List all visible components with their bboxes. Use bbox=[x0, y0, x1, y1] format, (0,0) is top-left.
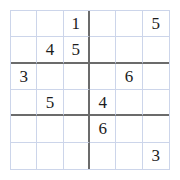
cell-r6c4[interactable] bbox=[90, 143, 116, 169]
cell-r6c3[interactable] bbox=[64, 143, 90, 169]
cell-r5c6[interactable] bbox=[143, 116, 169, 142]
cell-r3c6[interactable] bbox=[143, 64, 169, 90]
cell-r4c4[interactable]: 4 bbox=[90, 90, 116, 116]
cell-r2c4[interactable] bbox=[90, 37, 116, 63]
cell-r1c3[interactable]: 1 bbox=[64, 11, 90, 37]
cell-r2c6[interactable] bbox=[143, 37, 169, 63]
cell-r4c2[interactable]: 5 bbox=[37, 90, 63, 116]
cell-r2c1[interactable] bbox=[11, 37, 37, 63]
cell-r3c4[interactable] bbox=[90, 64, 116, 90]
cell-r4c1[interactable] bbox=[11, 90, 37, 116]
cell-r6c6[interactable]: 3 bbox=[143, 143, 169, 169]
cell-r4c6[interactable] bbox=[143, 90, 169, 116]
cell-r5c4[interactable]: 6 bbox=[90, 116, 116, 142]
cell-r1c4[interactable] bbox=[90, 11, 116, 37]
cell-r5c2[interactable] bbox=[37, 116, 63, 142]
cell-r2c3[interactable]: 5 bbox=[64, 37, 90, 63]
cell-r4c3[interactable] bbox=[64, 90, 90, 116]
cell-r1c6[interactable]: 5 bbox=[143, 11, 169, 37]
cell-r1c5[interactable] bbox=[116, 11, 142, 37]
cell-r1c2[interactable] bbox=[37, 11, 63, 37]
cell-r5c3[interactable] bbox=[64, 116, 90, 142]
cell-r3c1[interactable]: 3 bbox=[11, 64, 37, 90]
cell-r1c1[interactable] bbox=[11, 11, 37, 37]
cell-r6c2[interactable] bbox=[37, 143, 63, 169]
cell-r2c5[interactable] bbox=[116, 37, 142, 63]
sudoku-board: 1545365463 bbox=[10, 10, 170, 170]
cell-r5c1[interactable] bbox=[11, 116, 37, 142]
cell-r3c3[interactable] bbox=[64, 64, 90, 90]
cell-r6c1[interactable] bbox=[11, 143, 37, 169]
cell-r5c5[interactable] bbox=[116, 116, 142, 142]
cell-r6c5[interactable] bbox=[116, 143, 142, 169]
cell-r3c5[interactable]: 6 bbox=[116, 64, 142, 90]
cell-r4c5[interactable] bbox=[116, 90, 142, 116]
cell-r3c2[interactable] bbox=[37, 64, 63, 90]
cell-r2c2[interactable]: 4 bbox=[37, 37, 63, 63]
